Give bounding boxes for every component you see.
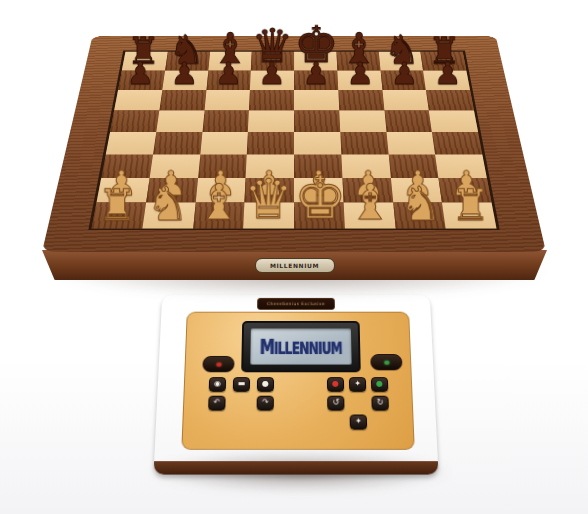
- memory-button[interactable]: ▬: [233, 377, 250, 392]
- square-h4[interactable]: [432, 132, 482, 154]
- square-h5[interactable]: [429, 111, 478, 132]
- piece-white-rook[interactable]: ♜: [92, 184, 143, 227]
- square-a1[interactable]: ♜: [92, 203, 146, 229]
- red-dot-button[interactable]: ●: [327, 377, 344, 392]
- square-f4[interactable]: [340, 132, 388, 154]
- green-dot-button[interactable]: ●: [371, 377, 388, 392]
- square-c4[interactable]: [200, 132, 248, 154]
- piece-white-rook[interactable]: ♜: [446, 184, 497, 227]
- square-a5[interactable]: [110, 111, 159, 132]
- square-d4[interactable]: [247, 132, 294, 154]
- lamp-button[interactable]: ●: [257, 377, 274, 392]
- square-b5[interactable]: [156, 111, 204, 132]
- piece-black-pawn[interactable]: ♟: [294, 58, 338, 89]
- piece-black-pawn[interactable]: ♟: [250, 58, 294, 89]
- square-c7[interactable]: ♟: [206, 70, 251, 90]
- square-f6[interactable]: [338, 90, 384, 110]
- square-g1[interactable]: ♞: [393, 203, 446, 229]
- square-e5[interactable]: [294, 111, 340, 132]
- green-dot-icon: ●: [376, 377, 383, 390]
- lcd-screen: MILLENNIUM: [250, 328, 351, 364]
- console-plaque: ChessGenius Exclusive: [257, 298, 335, 310]
- nav-up-button[interactable]: ✦: [349, 377, 366, 392]
- nav-up-icon: ✦: [354, 377, 361, 390]
- red-dot-icon: [216, 362, 221, 366]
- green-action-button[interactable]: [370, 354, 402, 370]
- piece-black-pawn[interactable]: ♟: [338, 58, 382, 89]
- board-surface: ♜♞♝♛♚♝♞♜♟♟♟♟♟♟♟♟♟♟♟♟♟♟♟♟♜♞♝♛♚♝♞♜: [42, 36, 546, 252]
- square-c6[interactable]: [204, 90, 250, 110]
- square-f5[interactable]: [339, 111, 386, 132]
- piece-white-bishop[interactable]: ♝: [345, 178, 396, 227]
- square-h7[interactable]: ♟: [423, 70, 470, 90]
- piece-white-king[interactable]: ♚: [294, 168, 345, 227]
- nav-center-icon: ✦: [355, 415, 362, 428]
- rotate-right-icon: ↻: [377, 396, 384, 409]
- piece-black-pawn[interactable]: ♟: [206, 58, 250, 89]
- square-h1[interactable]: ♜: [442, 203, 496, 229]
- millennium-badge: MILLENNIUM: [255, 258, 335, 273]
- square-d1[interactable]: ♛: [243, 203, 294, 229]
- square-e6[interactable]: [294, 90, 339, 110]
- square-b6[interactable]: [159, 90, 206, 110]
- takeback-arrow-icon: ↶: [213, 396, 220, 409]
- right-button-cluster: ● ✦ ● ↺ ↻ ✦: [327, 377, 390, 429]
- square-a7[interactable]: ♟: [118, 70, 165, 90]
- square-e4[interactable]: [294, 132, 341, 154]
- square-e7[interactable]: ♟: [294, 70, 338, 90]
- console-panel: MILLENNIUM ◉ ▬ ● ↶ ↷ ● ✦ ● ↺ ↻: [181, 312, 414, 450]
- nav-center-button[interactable]: ✦: [350, 415, 368, 430]
- square-a4[interactable]: [106, 132, 156, 154]
- square-f1[interactable]: ♝: [343, 203, 395, 229]
- square-b7[interactable]: ♟: [162, 70, 208, 90]
- rotate-left-button[interactable]: ↺: [327, 396, 344, 411]
- square-g7[interactable]: ♟: [380, 70, 426, 90]
- lcd-logo-text: MILLENNIUM: [260, 334, 343, 358]
- lamp-icon: ●: [262, 377, 269, 390]
- piece-white-bishop[interactable]: ♝: [193, 178, 244, 227]
- square-b4[interactable]: [153, 132, 202, 154]
- board-front-edge: MILLENNIUM: [42, 250, 547, 280]
- console-plaque-label: ChessGenius Exclusive: [267, 302, 325, 307]
- square-g6[interactable]: [382, 90, 429, 110]
- piece-black-pawn[interactable]: ♟: [382, 58, 426, 89]
- rotate-right-button[interactable]: ↻: [371, 396, 389, 411]
- square-g4[interactable]: [386, 132, 435, 154]
- left-button-cluster: ◉ ▬ ● ↶ ↷: [208, 377, 274, 410]
- board-frame: ♜♞♝♛♚♝♞♜♟♟♟♟♟♟♟♟♟♟♟♟♟♟♟♟♜♞♝♛♚♝♞♜: [42, 36, 546, 252]
- square-e1[interactable]: ♚: [294, 203, 345, 229]
- square-c1[interactable]: ♝: [193, 203, 245, 229]
- square-d6[interactable]: [249, 90, 294, 110]
- rotate-left-icon: ↺: [332, 396, 339, 409]
- forward-arrow-icon: ↷: [262, 396, 269, 409]
- green-dot-icon: [384, 360, 389, 364]
- board-grid[interactable]: ♜♞♝♛♚♝♞♜♟♟♟♟♟♟♟♟♟♟♟♟♟♟♟♟♜♞♝♛♚♝♞♜: [88, 51, 499, 230]
- square-c5[interactable]: [202, 111, 249, 132]
- square-f7[interactable]: ♟: [337, 70, 382, 90]
- square-d7[interactable]: ♟: [250, 70, 294, 90]
- takeback-button[interactable]: ↶: [208, 396, 226, 411]
- square-h6[interactable]: [426, 90, 474, 110]
- control-unit: ChessGenius Exclusive MILLENNIUM ◉ ▬ ● ↶…: [153, 295, 438, 474]
- square-b1[interactable]: ♞: [142, 203, 195, 229]
- forward-button[interactable]: ↷: [257, 396, 274, 411]
- red-dot-icon: ●: [332, 377, 339, 390]
- red-action-button[interactable]: [202, 356, 234, 372]
- square-g5[interactable]: [384, 111, 432, 132]
- piece-white-queen[interactable]: ♛: [243, 172, 294, 227]
- power-icon: ◉: [214, 377, 221, 390]
- square-a6[interactable]: [114, 90, 162, 110]
- lcd-display: MILLENNIUM: [241, 321, 361, 372]
- power-button[interactable]: ◉: [209, 377, 226, 392]
- memory-icon: ▬: [238, 377, 246, 390]
- product-photo: MILLENNIUM ♜♞♝♛♚♝♞♜♟♟♟♟♟♟♟♟♟♟♟♟♟♟♟♟♜♞♝♛♚…: [0, 0, 588, 514]
- piece-black-pawn[interactable]: ♟: [118, 58, 162, 89]
- piece-black-pawn[interactable]: ♟: [426, 58, 470, 89]
- piece-black-pawn[interactable]: ♟: [162, 58, 206, 89]
- chess-board: ♜♞♝♛♚♝♞♜♟♟♟♟♟♟♟♟♟♟♟♟♟♟♟♟♜♞♝♛♚♝♞♜: [42, 0, 547, 252]
- square-d5[interactable]: [248, 111, 294, 132]
- badge-label: MILLENNIUM: [270, 262, 319, 269]
- piece-white-knight[interactable]: ♞: [142, 180, 193, 227]
- piece-white-knight[interactable]: ♞: [395, 180, 446, 227]
